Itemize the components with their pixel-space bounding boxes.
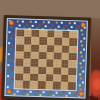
border-corner-motif-top-left <box>9 20 14 25</box>
border-corner-motif-top-right <box>81 22 86 27</box>
border-corner-motif-bottom-left <box>7 89 12 94</box>
photo-scene <box>0 0 100 100</box>
border-corner-motif-bottom-right <box>79 91 84 96</box>
decorative-floral-border <box>4 18 88 98</box>
board-grid <box>15 30 78 90</box>
game-board <box>1 15 91 100</box>
inner-border-line <box>14 28 79 91</box>
square-h1[interactable] <box>68 82 76 90</box>
background-red-object-right-highlight <box>93 78 100 90</box>
